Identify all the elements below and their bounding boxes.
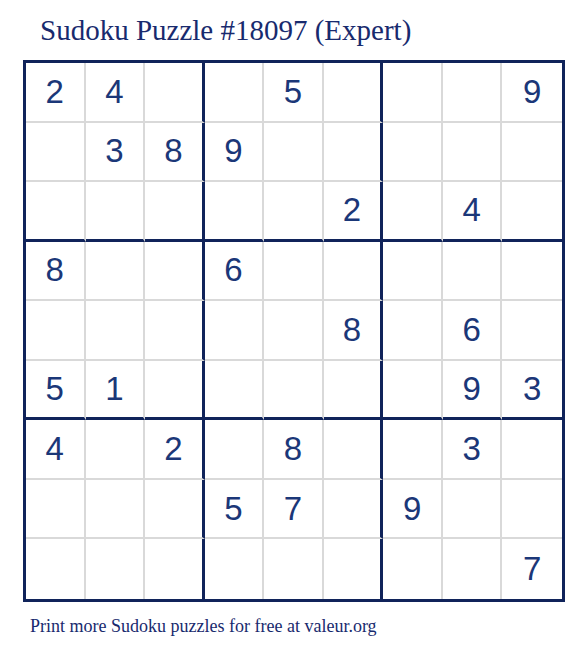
cell-r9c5 <box>264 539 324 599</box>
cell-r9c6 <box>324 539 384 599</box>
cell-r2c8 <box>443 123 503 183</box>
cell-r4c1: 8 <box>26 242 86 302</box>
cell-r5c7 <box>383 301 443 361</box>
cell-r8c5: 7 <box>264 480 324 540</box>
cell-r5c1 <box>26 301 86 361</box>
cell-r4c9 <box>502 242 562 302</box>
cell-r6c8: 9 <box>443 361 503 421</box>
cell-r4c5 <box>264 242 324 302</box>
cell-r1c2: 4 <box>86 63 146 123</box>
cell-r7c8: 3 <box>443 420 503 480</box>
cell-r6c1: 5 <box>26 361 86 421</box>
cell-r6c2: 1 <box>86 361 146 421</box>
cell-r1c7 <box>383 63 443 123</box>
footer-text: Print more Sudoku puzzles for free at va… <box>30 616 377 637</box>
cell-r3c8: 4 <box>443 182 503 242</box>
sudoku-print-page: Sudoku Puzzle #18097 (Expert) 2459389248… <box>0 0 580 651</box>
cell-r7c4 <box>205 420 265 480</box>
cell-r6c4 <box>205 361 265 421</box>
cell-r5c2 <box>86 301 146 361</box>
cell-r5c4 <box>205 301 265 361</box>
cell-r8c1 <box>26 480 86 540</box>
cell-r7c3: 2 <box>145 420 205 480</box>
cell-r8c2 <box>86 480 146 540</box>
page-title: Sudoku Puzzle #18097 (Expert) <box>40 14 411 47</box>
cell-r7c5: 8 <box>264 420 324 480</box>
cell-r7c6 <box>324 420 384 480</box>
cell-r4c2 <box>86 242 146 302</box>
cell-r9c2 <box>86 539 146 599</box>
cell-r8c6 <box>324 480 384 540</box>
cell-r2c2: 3 <box>86 123 146 183</box>
cell-r1c5: 5 <box>264 63 324 123</box>
cell-r6c3 <box>145 361 205 421</box>
cell-r7c7 <box>383 420 443 480</box>
cell-r6c7 <box>383 361 443 421</box>
cell-r2c5 <box>264 123 324 183</box>
cell-r3c7 <box>383 182 443 242</box>
cell-r3c1 <box>26 182 86 242</box>
cell-r9c3 <box>145 539 205 599</box>
cell-r7c2 <box>86 420 146 480</box>
cell-r6c6 <box>324 361 384 421</box>
cell-r3c2 <box>86 182 146 242</box>
cell-r2c6 <box>324 123 384 183</box>
cell-r9c1 <box>26 539 86 599</box>
cell-r8c9 <box>502 480 562 540</box>
cell-r3c6: 2 <box>324 182 384 242</box>
cell-r8c4: 5 <box>205 480 265 540</box>
cell-r2c7 <box>383 123 443 183</box>
cell-r9c9: 7 <box>502 539 562 599</box>
cell-r4c3 <box>145 242 205 302</box>
cell-r3c9 <box>502 182 562 242</box>
cell-r9c4 <box>205 539 265 599</box>
cell-r9c8 <box>443 539 503 599</box>
cell-r2c9 <box>502 123 562 183</box>
cell-r8c7: 9 <box>383 480 443 540</box>
cell-r5c8: 6 <box>443 301 503 361</box>
cell-r8c8 <box>443 480 503 540</box>
cell-r5c9 <box>502 301 562 361</box>
cell-r2c3: 8 <box>145 123 205 183</box>
cell-r7c1: 4 <box>26 420 86 480</box>
cell-r3c3 <box>145 182 205 242</box>
cell-r6c9: 3 <box>502 361 562 421</box>
cell-r2c1 <box>26 123 86 183</box>
cell-r6c5 <box>264 361 324 421</box>
cell-r5c5 <box>264 301 324 361</box>
cell-r4c6 <box>324 242 384 302</box>
cell-r5c6: 8 <box>324 301 384 361</box>
cell-r1c1: 2 <box>26 63 86 123</box>
cell-r1c9: 9 <box>502 63 562 123</box>
cell-r3c5 <box>264 182 324 242</box>
cell-r4c7 <box>383 242 443 302</box>
cell-r4c8 <box>443 242 503 302</box>
cell-r8c3 <box>145 480 205 540</box>
cell-r5c3 <box>145 301 205 361</box>
cell-r1c4 <box>205 63 265 123</box>
cell-r2c4: 9 <box>205 123 265 183</box>
cell-r1c8 <box>443 63 503 123</box>
cell-r7c9 <box>502 420 562 480</box>
cell-r1c3 <box>145 63 205 123</box>
cell-r4c4: 6 <box>205 242 265 302</box>
cell-r3c4 <box>205 182 265 242</box>
cell-r9c7 <box>383 539 443 599</box>
cell-r1c6 <box>324 63 384 123</box>
sudoku-board: 2459389248686519342835797 <box>23 60 565 602</box>
